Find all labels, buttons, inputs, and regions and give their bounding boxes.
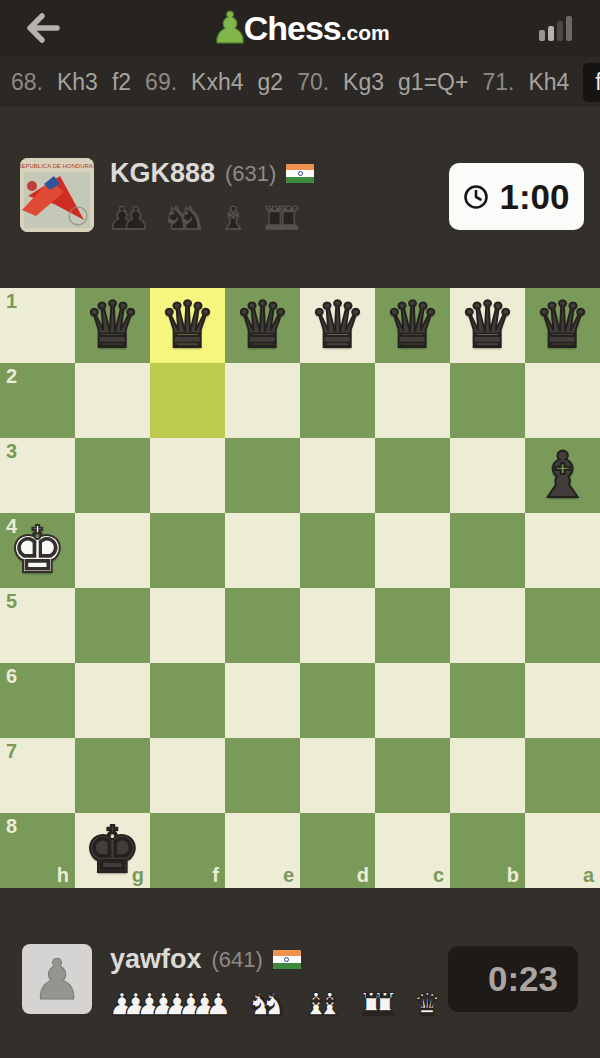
black-queen-a1[interactable]: ♛: [534, 288, 591, 363]
top-player-avatar[interactable]: REPUBLICA DE HONDURAS: [20, 158, 94, 232]
rank-label-6: 6: [6, 665, 17, 688]
square-b3[interactable]: [450, 438, 525, 513]
captured-piece-icon: ♜: [371, 985, 399, 1023]
move-item[interactable]: 70.: [297, 69, 329, 96]
square-a5[interactable]: [525, 588, 600, 663]
move-item[interactable]: g2: [258, 69, 284, 96]
square-g8[interactable]: g♚: [75, 813, 150, 888]
square-c1[interactable]: ♛: [375, 288, 450, 363]
file-label-b: b: [507, 864, 519, 887]
square-b5[interactable]: [450, 588, 525, 663]
square-d4[interactable]: [300, 513, 375, 588]
square-d7[interactable]: [300, 738, 375, 813]
square-g2[interactable]: [75, 363, 150, 438]
square-e6[interactable]: [225, 663, 300, 738]
square-b8[interactable]: b: [450, 813, 525, 888]
chess-board[interactable]: 1♛♛♛♛♛♛♛23♝4♚5678hg♚fedcba: [0, 288, 600, 888]
square-d8[interactable]: d: [300, 813, 375, 888]
gray-pawn-avatar: ♟: [22, 944, 92, 1014]
rank-label-2: 2: [6, 365, 17, 388]
square-c4[interactable]: [375, 513, 450, 588]
square-h2[interactable]: 2: [0, 363, 75, 438]
captured-rooks: ♜♜: [261, 199, 303, 237]
square-d1[interactable]: ♛: [300, 288, 375, 363]
move-item[interactable]: 69.: [145, 69, 177, 96]
svg-text:REPUBLICA DE HONDURAS: REPUBLICA DE HONDURAS: [20, 163, 94, 169]
square-b6[interactable]: [450, 663, 525, 738]
file-label-e: e: [283, 864, 294, 887]
square-f2[interactable]: [150, 363, 225, 438]
move-item[interactable]: 68.: [11, 69, 43, 96]
top-nav: ♟ Chess .com: [0, 0, 600, 57]
captured-piece-icon: ♞: [260, 985, 288, 1023]
square-a6[interactable]: [525, 663, 600, 738]
black-bishop-a3[interactable]: ♝: [534, 438, 591, 513]
square-d6[interactable]: [300, 663, 375, 738]
captured-queens: ♛: [413, 985, 441, 1023]
square-g5[interactable]: [75, 588, 150, 663]
square-h7[interactable]: 7: [0, 738, 75, 813]
square-c2[interactable]: [375, 363, 450, 438]
black-queen-b1[interactable]: ♛: [459, 288, 516, 363]
clock-icon: [463, 184, 489, 210]
captured-piece-icon: ♟: [122, 199, 150, 237]
black-queen-e1[interactable]: ♛: [234, 288, 291, 363]
square-g3[interactable]: [75, 438, 150, 513]
square-a3[interactable]: ♝: [525, 438, 600, 513]
square-f8[interactable]: f: [150, 813, 225, 888]
square-e8[interactable]: e: [225, 813, 300, 888]
india-flag-icon: [286, 164, 314, 183]
bottom-player-captured-pieces: ♟♟♟♟♟♟♟♟♞♞♝♝♜♜♛+66: [108, 984, 498, 1024]
square-f5[interactable]: [150, 588, 225, 663]
square-f6[interactable]: [150, 663, 225, 738]
square-f7[interactable]: [150, 738, 225, 813]
black-queen-g1[interactable]: ♛: [84, 288, 141, 363]
top-player-rating: (631): [225, 161, 276, 187]
square-h6[interactable]: 6: [0, 663, 75, 738]
captured-piece-icon: ♝: [316, 985, 344, 1023]
rank-label-3: 3: [6, 440, 17, 463]
move-item[interactable]: f2: [112, 69, 131, 96]
white-king-h4[interactable]: ♚: [9, 513, 66, 588]
square-b1[interactable]: ♛: [450, 288, 525, 363]
india-flag-icon: [273, 950, 301, 969]
move-item[interactable]: Kh3: [57, 69, 98, 96]
square-e1[interactable]: ♛: [225, 288, 300, 363]
square-h4[interactable]: 4♚: [0, 513, 75, 588]
square-b4[interactable]: [450, 513, 525, 588]
rank-label-8: 8: [6, 815, 17, 838]
app-screen: ♟ Chess .com 68.Kh3f269.Kxh4g270.Kg3g1=Q…: [0, 0, 600, 1058]
captured-bishops: ♝: [219, 199, 247, 237]
move-history-bar[interactable]: 68.Kh3f269.Kxh4g270.Kg3g1=Q+71.Kh4f1=Q#: [0, 57, 600, 107]
captured-knights: ♞♞: [164, 199, 206, 237]
square-e2[interactable]: [225, 363, 300, 438]
bottom-player-rating: (641): [212, 947, 263, 973]
square-b2[interactable]: [450, 363, 525, 438]
file-label-c: c: [433, 864, 444, 887]
square-a8[interactable]: a: [525, 813, 600, 888]
logo-text: Chess: [244, 9, 341, 48]
square-e7[interactable]: [225, 738, 300, 813]
file-label-f: f: [212, 864, 219, 887]
square-h1[interactable]: 1: [0, 288, 75, 363]
square-f3[interactable]: [150, 438, 225, 513]
move-item[interactable]: g1=Q+: [398, 69, 468, 96]
captured-piece-icon: ♛: [413, 985, 441, 1023]
square-h3[interactable]: 3: [0, 438, 75, 513]
black-queen-c1[interactable]: ♛: [384, 288, 441, 363]
square-d5[interactable]: [300, 588, 375, 663]
square-g7[interactable]: [75, 738, 150, 813]
captured-piece-icon: ♜: [275, 199, 303, 237]
rank-label-5: 5: [6, 590, 17, 613]
square-c7[interactable]: [375, 738, 450, 813]
square-c6[interactable]: [375, 663, 450, 738]
square-c3[interactable]: [375, 438, 450, 513]
square-f4[interactable]: [150, 513, 225, 588]
rank-label-1: 1: [6, 290, 17, 313]
signal-bars-icon: [539, 16, 572, 41]
square-c8[interactable]: c: [375, 813, 450, 888]
square-e3[interactable]: [225, 438, 300, 513]
square-f1[interactable]: ♛: [150, 288, 225, 363]
square-a2[interactable]: [525, 363, 600, 438]
captured-piece-icon: ♟: [205, 985, 233, 1023]
black-queen-d1[interactable]: ♛: [309, 288, 366, 363]
current-move[interactable]: f1=Q#: [583, 63, 600, 102]
top-player-captured-pieces: ♟♟♞♞♝♜♜: [108, 198, 317, 238]
square-h5[interactable]: 5: [0, 588, 75, 663]
bottom-player-name: yawfox: [110, 944, 202, 975]
top-player-name: KGK888: [110, 158, 215, 189]
captured-pawns: ♟♟♟♟♟♟♟♟: [108, 985, 232, 1023]
top-player-info[interactable]: KGK888 (631): [110, 158, 314, 189]
logo-suffix: .com: [341, 21, 390, 45]
top-player-clock: 1:00: [449, 163, 584, 230]
file-label-h: h: [57, 864, 69, 887]
square-d2[interactable]: [300, 363, 375, 438]
square-b7[interactable]: [450, 738, 525, 813]
square-a1[interactable]: ♛: [525, 288, 600, 363]
file-label-a: a: [583, 864, 594, 887]
square-e5[interactable]: [225, 588, 300, 663]
bottom-player-clock: 0:23: [448, 946, 578, 1012]
square-e4[interactable]: [225, 513, 300, 588]
square-a4[interactable]: [525, 513, 600, 588]
square-g6[interactable]: [75, 663, 150, 738]
rank-label-7: 7: [6, 740, 17, 763]
captured-piece-icon: ♞: [177, 199, 205, 237]
black-king-g8[interactable]: ♚: [84, 813, 141, 888]
top-clock-time: 1:00: [499, 177, 569, 217]
square-g1[interactable]: ♛: [75, 288, 150, 363]
move-item[interactable]: Kh4: [528, 69, 569, 96]
chesscom-logo: ♟ Chess .com: [0, 0, 600, 57]
move-item[interactable]: Kxh4: [191, 69, 243, 96]
file-label-d: d: [357, 864, 369, 887]
bottom-player-info[interactable]: yawfox (641): [110, 944, 301, 975]
square-c5[interactable]: [375, 588, 450, 663]
captured-pawns: ♟♟: [108, 199, 150, 237]
captured-rooks: ♜♜: [358, 985, 400, 1023]
square-a7[interactable]: [525, 738, 600, 813]
bottom-clock-time: 0:23: [488, 959, 558, 999]
move-item[interactable]: Kg3: [343, 69, 384, 96]
black-queen-f1[interactable]: ♛: [159, 288, 216, 363]
captured-knights: ♞♞: [246, 985, 288, 1023]
captured-piece-icon: ♝: [219, 199, 247, 237]
captured-bishops: ♝♝: [302, 985, 344, 1023]
bottom-player-avatar[interactable]: ♟: [22, 944, 92, 1014]
honduras-stamp-avatar: REPUBLICA DE HONDURAS: [20, 158, 94, 232]
square-g4[interactable]: [75, 513, 150, 588]
move-item[interactable]: 71.: [482, 69, 514, 96]
square-h8[interactable]: 8h: [0, 813, 75, 888]
square-d3[interactable]: [300, 438, 375, 513]
